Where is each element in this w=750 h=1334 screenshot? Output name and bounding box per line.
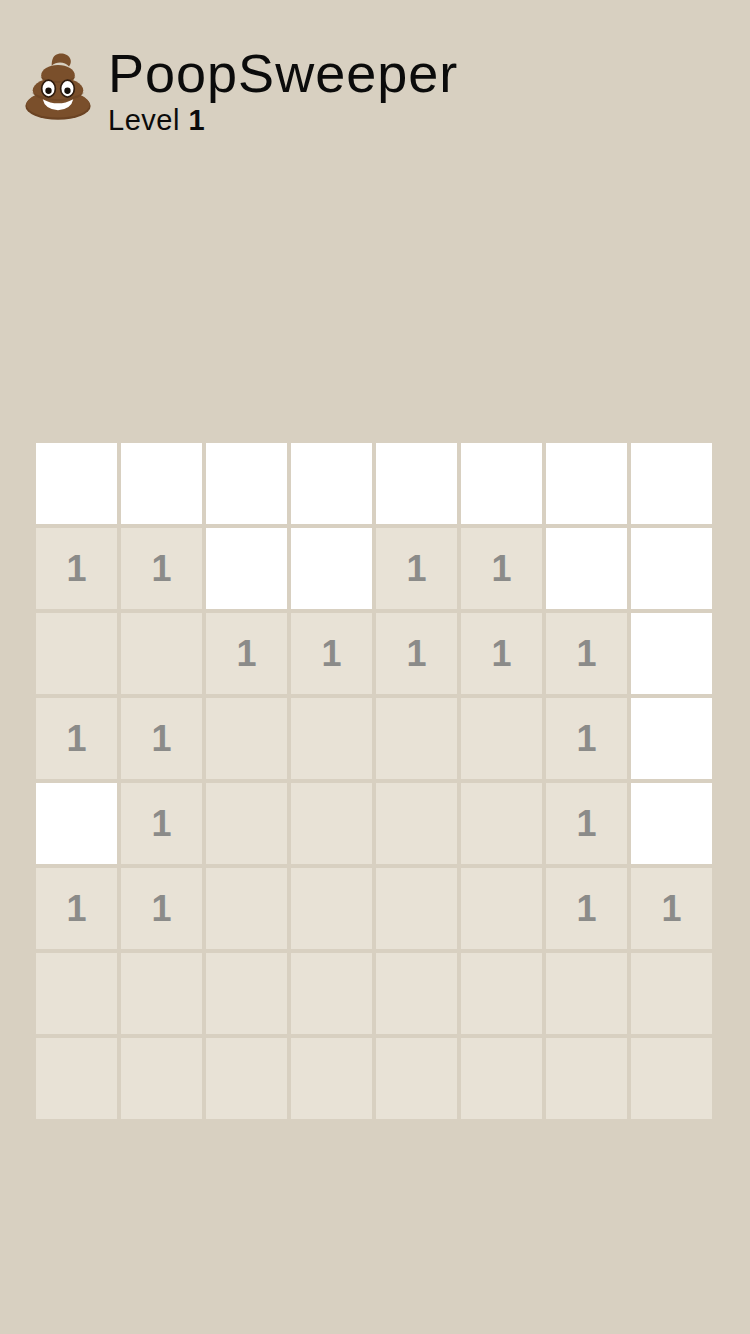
cell-r1c3[interactable]	[206, 443, 287, 524]
cell-r3c6: 1	[461, 613, 542, 694]
cell-r2c4[interactable]	[291, 528, 372, 609]
cell-r1c6[interactable]	[461, 443, 542, 524]
cell-r5c2: 1	[121, 783, 202, 864]
cell-r8c2	[121, 1038, 202, 1119]
level-value: 1	[188, 104, 205, 136]
cell-r6c3	[206, 868, 287, 949]
header-titles: PoopSweeper Level 1	[108, 44, 458, 137]
cell-r7c2	[121, 953, 202, 1034]
cell-r6c7: 1	[546, 868, 627, 949]
cell-r6c6	[461, 868, 542, 949]
game-board: 111111111111111111	[36, 443, 712, 1119]
cell-r2c3[interactable]	[206, 528, 287, 609]
cell-r5c7: 1	[546, 783, 627, 864]
cell-r5c4	[291, 783, 372, 864]
cell-r4c8[interactable]	[631, 698, 712, 779]
cell-r4c6	[461, 698, 542, 779]
level-indicator: Level 1	[108, 104, 458, 137]
cell-r8c1	[36, 1038, 117, 1119]
cell-r2c6: 1	[461, 528, 542, 609]
cell-r7c4	[291, 953, 372, 1034]
cell-r5c1[interactable]	[36, 783, 117, 864]
cell-r3c7: 1	[546, 613, 627, 694]
cell-r8c3	[206, 1038, 287, 1119]
cell-r7c3	[206, 953, 287, 1034]
cell-r3c5: 1	[376, 613, 457, 694]
cell-r2c2: 1	[121, 528, 202, 609]
cell-r2c7[interactable]	[546, 528, 627, 609]
cell-r4c7: 1	[546, 698, 627, 779]
cell-r3c1	[36, 613, 117, 694]
cell-r8c5	[376, 1038, 457, 1119]
cell-r3c4: 1	[291, 613, 372, 694]
cell-r5c5	[376, 783, 457, 864]
cell-r2c5: 1	[376, 528, 457, 609]
app-title: PoopSweeper	[108, 44, 458, 103]
level-label: Level	[108, 104, 180, 136]
cell-r2c1: 1	[36, 528, 117, 609]
cell-r4c5	[376, 698, 457, 779]
cell-r6c1: 1	[36, 868, 117, 949]
cell-r4c1: 1	[36, 698, 117, 779]
cell-r6c8: 1	[631, 868, 712, 949]
cell-r8c4	[291, 1038, 372, 1119]
cell-r8c8	[631, 1038, 712, 1119]
cell-r4c2: 1	[121, 698, 202, 779]
cell-r6c5	[376, 868, 457, 949]
cell-r3c2	[121, 613, 202, 694]
cell-r5c3	[206, 783, 287, 864]
cell-r1c7[interactable]	[546, 443, 627, 524]
cell-r7c8	[631, 953, 712, 1034]
cell-r1c8[interactable]	[631, 443, 712, 524]
cell-r1c5[interactable]	[376, 443, 457, 524]
cell-r6c2: 1	[121, 868, 202, 949]
cell-r3c8[interactable]	[631, 613, 712, 694]
cell-r6c4	[291, 868, 372, 949]
cell-r7c1	[36, 953, 117, 1034]
cell-r4c3	[206, 698, 287, 779]
cell-r1c1[interactable]	[36, 443, 117, 524]
cell-r4c4	[291, 698, 372, 779]
cell-r8c6	[461, 1038, 542, 1119]
cell-r5c6	[461, 783, 542, 864]
cell-r8c7	[546, 1038, 627, 1119]
poopsweeper-app: PoopSweeper Level 1 111111111111111111	[0, 0, 750, 1334]
cell-r7c6	[461, 953, 542, 1034]
cell-r7c7	[546, 953, 627, 1034]
poop-emoji-icon	[18, 50, 98, 122]
cell-r7c5	[376, 953, 457, 1034]
cell-r5c8[interactable]	[631, 783, 712, 864]
cell-r1c2[interactable]	[121, 443, 202, 524]
cell-r1c4[interactable]	[291, 443, 372, 524]
cell-r2c8[interactable]	[631, 528, 712, 609]
app-header: PoopSweeper Level 1	[18, 44, 458, 137]
cell-r3c3: 1	[206, 613, 287, 694]
